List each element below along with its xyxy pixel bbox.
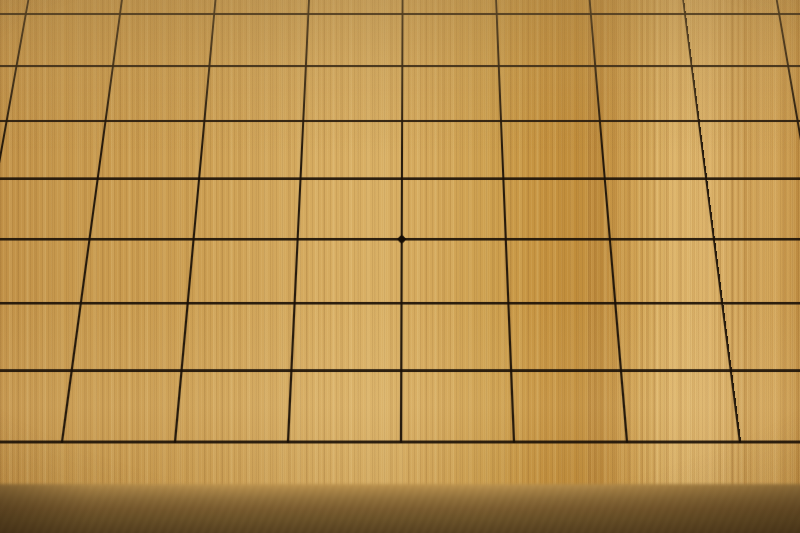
goban-front-edge: [0, 484, 800, 533]
grid-line-horizontal: [0, 440, 800, 443]
hoshi-star-point: [397, 234, 406, 244]
grid-line-horizontal: [0, 302, 800, 305]
grid-line-horizontal: [0, 177, 800, 179]
grid-line-horizontal: [0, 369, 800, 372]
depth-of-field-haze: [0, 0, 800, 150]
goban-photo: [0, 0, 800, 533]
